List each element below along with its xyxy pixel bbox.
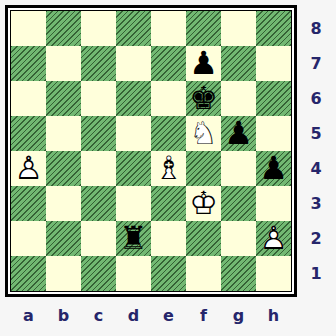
- square-h3[interactable]: [256, 186, 291, 221]
- black-pawn-glyph: ♟: [186, 46, 221, 81]
- file-label-d: d: [116, 300, 151, 330]
- rank-label-7: 7: [301, 46, 331, 81]
- square-f3[interactable]: ♚♔: [186, 186, 221, 221]
- square-f4[interactable]: [186, 151, 221, 186]
- square-d7[interactable]: [116, 46, 151, 81]
- square-g6[interactable]: [221, 81, 256, 116]
- square-a7[interactable]: [11, 46, 46, 81]
- square-f7[interactable]: ♟: [186, 46, 221, 81]
- file-label-g: g: [221, 300, 256, 330]
- square-f5[interactable]: ♞♘: [186, 116, 221, 151]
- white-pawn-outline-glyph: ♙: [256, 221, 291, 256]
- square-h6[interactable]: [256, 81, 291, 116]
- square-a6[interactable]: [11, 81, 46, 116]
- square-c3[interactable]: [81, 186, 116, 221]
- square-b8[interactable]: [46, 11, 81, 46]
- square-c6[interactable]: [81, 81, 116, 116]
- square-b3[interactable]: [46, 186, 81, 221]
- square-g7[interactable]: [221, 46, 256, 81]
- file-label-b: b: [46, 300, 81, 330]
- piece-white-king[interactable]: ♚♔: [186, 186, 221, 221]
- board-inner-border: ♟♚♞♘♟♟♙♝♗♟♚♔♜♟♙: [10, 10, 292, 292]
- square-e7[interactable]: [151, 46, 186, 81]
- square-e1[interactable]: [151, 256, 186, 291]
- square-e5[interactable]: [151, 116, 186, 151]
- square-d4[interactable]: [116, 151, 151, 186]
- square-h1[interactable]: [256, 256, 291, 291]
- square-d6[interactable]: [116, 81, 151, 116]
- square-a4[interactable]: ♟♙: [11, 151, 46, 186]
- rank-label-6: 6: [301, 81, 331, 116]
- file-label-c: c: [81, 300, 116, 330]
- square-b1[interactable]: [46, 256, 81, 291]
- square-g5[interactable]: ♟: [221, 116, 256, 151]
- square-c2[interactable]: [81, 221, 116, 256]
- square-c7[interactable]: [81, 46, 116, 81]
- square-g3[interactable]: [221, 186, 256, 221]
- square-h5[interactable]: [256, 116, 291, 151]
- file-label-a: a: [11, 300, 46, 330]
- piece-white-pawn[interactable]: ♟♙: [11, 151, 46, 186]
- rank-label-8: 8: [301, 11, 331, 46]
- chess-board-frame: ♟♚♞♘♟♟♙♝♗♟♚♔♜♟♙: [5, 5, 297, 297]
- white-pawn-outline-glyph: ♙: [11, 151, 46, 186]
- white-knight-outline-glyph: ♘: [186, 116, 221, 151]
- rank-label-3: 3: [301, 186, 331, 221]
- piece-white-knight[interactable]: ♞♘: [186, 116, 221, 151]
- rank-labels: 87654321: [301, 11, 331, 291]
- white-king-outline-glyph: ♔: [186, 186, 221, 221]
- square-b4[interactable]: [46, 151, 81, 186]
- square-b6[interactable]: [46, 81, 81, 116]
- square-c4[interactable]: [81, 151, 116, 186]
- file-label-f: f: [186, 300, 221, 330]
- square-d2[interactable]: ♜: [116, 221, 151, 256]
- square-b7[interactable]: [46, 46, 81, 81]
- square-b5[interactable]: [46, 116, 81, 151]
- square-g2[interactable]: [221, 221, 256, 256]
- square-h2[interactable]: ♟♙: [256, 221, 291, 256]
- piece-white-bishop[interactable]: ♝♗: [151, 151, 186, 186]
- square-e2[interactable]: [151, 221, 186, 256]
- square-f1[interactable]: [186, 256, 221, 291]
- square-a8[interactable]: [11, 11, 46, 46]
- square-a5[interactable]: [11, 116, 46, 151]
- rank-label-5: 5: [301, 116, 331, 151]
- black-pawn-glyph: ♟: [256, 151, 291, 186]
- rank-label-4: 4: [301, 151, 331, 186]
- board: ♟♚♞♘♟♟♙♝♗♟♚♔♜♟♙: [11, 11, 291, 291]
- square-a1[interactable]: [11, 256, 46, 291]
- square-d5[interactable]: [116, 116, 151, 151]
- square-d3[interactable]: [116, 186, 151, 221]
- square-h4[interactable]: ♟: [256, 151, 291, 186]
- square-d8[interactable]: [116, 11, 151, 46]
- file-labels: abcdefgh: [11, 300, 291, 330]
- rank-label-2: 2: [301, 221, 331, 256]
- square-e8[interactable]: [151, 11, 186, 46]
- piece-black-rook[interactable]: ♜: [116, 221, 151, 256]
- file-label-e: e: [151, 300, 186, 330]
- file-label-h: h: [256, 300, 291, 330]
- piece-black-pawn[interactable]: ♟: [256, 151, 291, 186]
- square-a3[interactable]: [11, 186, 46, 221]
- square-h7[interactable]: [256, 46, 291, 81]
- square-b2[interactable]: [46, 221, 81, 256]
- rank-label-1: 1: [301, 256, 331, 291]
- piece-white-pawn[interactable]: ♟♙: [256, 221, 291, 256]
- square-f8[interactable]: [186, 11, 221, 46]
- black-king-glyph: ♚: [186, 81, 221, 116]
- square-d1[interactable]: [116, 256, 151, 291]
- square-a2[interactable]: [11, 221, 46, 256]
- black-rook-glyph: ♜: [116, 221, 151, 256]
- white-bishop-outline-glyph: ♗: [151, 151, 186, 186]
- square-g4[interactable]: [221, 151, 256, 186]
- black-pawn-glyph: ♟: [221, 116, 256, 151]
- square-f6[interactable]: ♚: [186, 81, 221, 116]
- square-c8[interactable]: [81, 11, 116, 46]
- square-e3[interactable]: [151, 186, 186, 221]
- piece-black-pawn[interactable]: ♟: [221, 116, 256, 151]
- square-f2[interactable]: [186, 221, 221, 256]
- square-e4[interactable]: ♝♗: [151, 151, 186, 186]
- square-g8[interactable]: [221, 11, 256, 46]
- square-g1[interactable]: [221, 256, 256, 291]
- square-h8[interactable]: [256, 11, 291, 46]
- piece-black-king[interactable]: ♚: [186, 81, 221, 116]
- square-e6[interactable]: [151, 81, 186, 116]
- square-c1[interactable]: [81, 256, 116, 291]
- piece-black-pawn[interactable]: ♟: [186, 46, 221, 81]
- square-c5[interactable]: [81, 116, 116, 151]
